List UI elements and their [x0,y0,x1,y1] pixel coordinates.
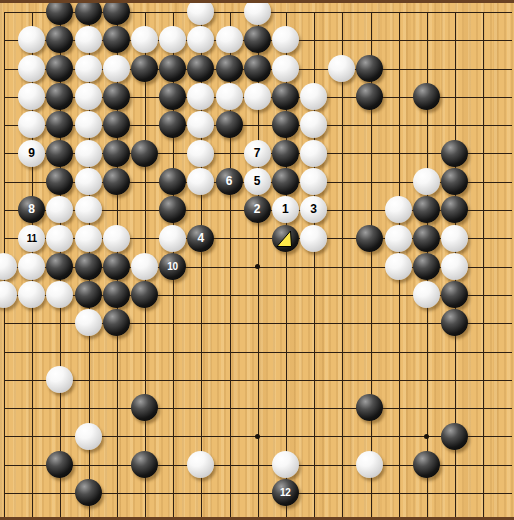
stone-black[interactable] [441,196,468,223]
stone-black[interactable] [244,26,271,53]
stone-black[interactable] [159,111,186,138]
stone-white[interactable] [300,225,327,252]
move-number-label: 7 [244,140,271,167]
stone-white[interactable] [75,423,102,450]
stone-black[interactable] [46,168,73,195]
stone-black[interactable] [103,26,130,53]
stone-black[interactable] [46,451,73,478]
move-number-label: 9 [18,140,45,167]
go-board[interactable]: 976582131141012 [0,0,514,520]
stone-white[interactable] [441,225,468,252]
stone-white[interactable] [159,225,186,252]
stone-white[interactable] [0,281,17,308]
stone-white[interactable] [187,83,214,110]
stone-white[interactable] [103,225,130,252]
stone-black[interactable] [103,83,130,110]
move-number-label: 1 [272,196,299,223]
star-point [255,264,260,269]
star-point [424,434,429,439]
move-number-label: 5 [244,168,271,195]
stone-white[interactable] [356,451,383,478]
stone-black[interactable] [131,394,158,421]
stone-white[interactable] [18,83,45,110]
stone-black[interactable] [159,168,186,195]
stone-black[interactable] [413,83,440,110]
stone-white[interactable] [18,281,45,308]
stone-black[interactable] [103,281,130,308]
stone-white[interactable] [272,55,299,82]
stone-white[interactable] [75,196,102,223]
stone-black[interactable]: 10 [159,253,186,280]
stone-white[interactable] [385,225,412,252]
stone-white[interactable] [75,111,102,138]
stone-white[interactable] [441,253,468,280]
stone-white[interactable] [75,83,102,110]
stone-black[interactable] [272,83,299,110]
stone-white[interactable] [216,83,243,110]
stone-white[interactable] [385,196,412,223]
move-number-label: 11 [18,225,45,252]
stone-white[interactable] [159,26,186,53]
stone-black[interactable] [131,281,158,308]
stone-white[interactable] [300,111,327,138]
stone-black[interactable] [131,451,158,478]
stone-black[interactable] [413,225,440,252]
stone-white[interactable] [300,83,327,110]
stone-black[interactable] [131,140,158,167]
stone-white[interactable] [103,55,130,82]
stone-white[interactable]: 5 [244,168,271,195]
stone-black[interactable] [46,26,73,53]
stone-white[interactable] [46,366,73,393]
move-number-label: 4 [187,225,214,252]
stone-black[interactable] [131,55,158,82]
stone-white[interactable] [75,309,102,336]
stone-black[interactable] [103,0,130,25]
board-top-border [0,0,514,3]
stone-black[interactable] [159,55,186,82]
stone-white[interactable] [300,140,327,167]
stone-white[interactable] [272,26,299,53]
stone-black[interactable] [356,83,383,110]
stone-white[interactable] [18,26,45,53]
stone-black[interactable]: 4 [187,225,214,252]
stone-white[interactable] [244,83,271,110]
stone-white[interactable] [187,26,214,53]
stone-black[interactable] [441,423,468,450]
stone-white[interactable] [187,140,214,167]
move-number-label: 8 [18,196,45,223]
stone-white[interactable] [187,111,214,138]
stone-black[interactable] [216,55,243,82]
stone-white[interactable] [328,55,355,82]
stone-white[interactable] [75,140,102,167]
stone-white[interactable] [385,253,412,280]
stone-black[interactable] [75,0,102,25]
stone-white[interactable] [244,0,271,25]
stone-white[interactable] [131,26,158,53]
stone-white[interactable] [187,168,214,195]
stone-black[interactable] [356,225,383,252]
stone-black[interactable] [46,83,73,110]
stone-black[interactable] [356,394,383,421]
stone-black[interactable] [187,55,214,82]
stone-black[interactable] [272,168,299,195]
stone-white[interactable] [18,111,45,138]
stone-white[interactable] [413,281,440,308]
stone-black[interactable] [413,253,440,280]
stone-black[interactable] [46,253,73,280]
move-number-label: 6 [216,168,243,195]
stone-black[interactable] [46,55,73,82]
stone-black[interactable] [103,140,130,167]
star-point [255,434,260,439]
stone-black[interactable] [103,309,130,336]
stone-white[interactable] [75,168,102,195]
stone-black[interactable]: 2 [244,196,271,223]
triangle-marker [272,225,299,252]
stone-white[interactable] [46,225,73,252]
stone-white[interactable]: 3 [300,196,327,223]
move-number-label: 12 [272,479,299,506]
stone-black[interactable] [441,140,468,167]
stone-white[interactable] [413,168,440,195]
stone-black[interactable] [75,253,102,280]
stone-white[interactable] [75,26,102,53]
stone-black[interactable] [441,281,468,308]
stone-black[interactable] [244,55,271,82]
stone-black[interactable] [272,111,299,138]
stone-black[interactable] [413,196,440,223]
stone-white[interactable]: 9 [18,140,45,167]
stone-black[interactable] [441,168,468,195]
board-grid: 976582131141012 [0,0,514,520]
stone-black[interactable] [75,281,102,308]
stone-white[interactable] [75,55,102,82]
stone-black[interactable] [103,253,130,280]
stone-black[interactable]: 12 [272,479,299,506]
stone-black[interactable] [75,479,102,506]
stone-white[interactable] [300,168,327,195]
stone-white[interactable] [46,281,73,308]
stone-white[interactable] [216,26,243,53]
stone-black[interactable] [103,168,130,195]
stone-black[interactable]: 6 [216,168,243,195]
stone-black[interactable] [159,83,186,110]
stone-black[interactable] [356,55,383,82]
stone-black[interactable] [46,140,73,167]
stone-white[interactable] [0,253,17,280]
stone-white[interactable] [272,451,299,478]
stone-black[interactable] [103,111,130,138]
move-number-label: 2 [244,196,271,223]
stone-black[interactable]: 8 [18,196,45,223]
stone-black[interactable] [272,140,299,167]
stone-black[interactable] [46,0,73,25]
stone-black[interactable] [46,111,73,138]
stone-white[interactable]: 1 [272,196,299,223]
move-number-label: 3 [300,196,327,223]
stone-white[interactable] [18,253,45,280]
stone-black[interactable] [216,111,243,138]
stone-black[interactable] [272,225,299,252]
move-number-label: 10 [159,253,186,280]
stone-white[interactable] [187,451,214,478]
stone-white[interactable]: 11 [18,225,45,252]
stone-black[interactable] [413,451,440,478]
stone-white[interactable] [46,196,73,223]
stone-white[interactable] [131,253,158,280]
stone-black[interactable] [441,309,468,336]
stone-white[interactable] [18,55,45,82]
stone-white[interactable] [187,0,214,25]
stone-black[interactable] [159,196,186,223]
stone-white[interactable] [75,225,102,252]
stone-white[interactable]: 7 [244,140,271,167]
